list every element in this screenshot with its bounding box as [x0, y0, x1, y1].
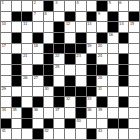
cell-r3c13[interactable]: 15	[129, 22, 139, 32]
clue-number: 32	[66, 97, 70, 101]
clue-number: 9	[98, 12, 100, 16]
cell-r4c1[interactable]	[1, 33, 11, 43]
cell-r2c5[interactable]: 8	[44, 12, 54, 22]
clue-number: 14	[119, 22, 123, 26]
clue-number: 16	[108, 33, 112, 37]
block-r6c5	[44, 54, 54, 64]
block-r2c2	[12, 12, 22, 22]
cell-r11c6[interactable]: 37	[54, 108, 64, 118]
cell-r3c2[interactable]	[12, 22, 22, 32]
block-r2c9	[87, 12, 97, 22]
block-r5c5	[44, 44, 54, 54]
cell-r11c1[interactable]: 34	[1, 108, 11, 118]
clue-number: 31	[98, 87, 102, 91]
clue-number: 33	[87, 97, 91, 101]
cell-r3c7[interactable]: 12	[65, 22, 75, 32]
cell-r12c4[interactable]	[33, 119, 43, 129]
block-r7c9	[87, 65, 97, 75]
cell-r11c4[interactable]: 36	[33, 108, 43, 118]
block-r8c2	[12, 76, 22, 86]
block-r10c10	[97, 97, 107, 107]
cell-r6c10[interactable]: 24	[97, 54, 107, 64]
block-r12c11	[108, 119, 118, 129]
cell-r10c9[interactable]: 33	[87, 97, 97, 107]
cell-r8c6[interactable]	[54, 76, 64, 86]
block-r11c3	[22, 108, 32, 118]
cell-r3c1[interactable]: 10	[1, 22, 11, 32]
block-r8c12	[119, 76, 129, 86]
cell-r11c2[interactable]: 35	[12, 108, 22, 118]
block-r6c9	[87, 54, 97, 64]
clue-number: 43	[98, 129, 102, 133]
block-r8c7	[65, 76, 75, 86]
block-r10c6	[54, 97, 64, 107]
cell-r11c10[interactable]: 39	[97, 108, 107, 118]
cell-r3c8[interactable]	[76, 22, 86, 32]
cell-r9c2[interactable]	[12, 87, 22, 97]
clue-number: 34	[2, 108, 6, 112]
clue-number: 17	[2, 44, 6, 48]
block-r10c4	[33, 97, 43, 107]
cell-r5c3[interactable]	[22, 44, 32, 54]
cell-r1c1[interactable]: 1	[1, 1, 11, 11]
clue-number: 40	[76, 119, 80, 123]
clue-number: 35	[12, 108, 16, 112]
cell-r5c10[interactable]: 20	[97, 44, 107, 54]
cell-r13c13[interactable]	[129, 129, 139, 139]
clue-number: 39	[98, 108, 102, 112]
cell-r7c7[interactable]	[65, 65, 75, 75]
block-r7c10	[97, 65, 107, 75]
clue-number: 25	[55, 65, 59, 69]
block-r4c2	[12, 33, 22, 43]
clue-number: 2	[34, 1, 36, 5]
clue-number: 41	[2, 129, 6, 133]
cell-r10c3[interactable]	[22, 97, 32, 107]
cell-r13c11[interactable]	[108, 129, 118, 139]
cell-r11c12[interactable]	[119, 108, 129, 118]
cell-r4c5[interactable]	[44, 33, 54, 43]
block-r7c5	[44, 65, 54, 75]
cell-r8c8[interactable]	[76, 76, 86, 86]
block-r5c8	[76, 44, 86, 54]
block-r4c12	[119, 33, 129, 43]
cell-r10c1[interactable]	[1, 97, 11, 107]
cell-r13c7[interactable]	[65, 129, 75, 139]
cell-r5c4[interactable]: 18	[33, 44, 43, 54]
clue-number: 18	[34, 44, 38, 48]
cell-r12c9[interactable]	[87, 119, 97, 129]
cell-r1c3[interactable]	[22, 1, 32, 11]
cell-r10c5[interactable]	[44, 97, 54, 107]
block-r9c6	[54, 87, 64, 97]
block-r10c12	[119, 97, 129, 107]
clue-number: 4	[76, 1, 78, 5]
block-r1c10	[97, 1, 107, 11]
cell-r9c11[interactable]	[108, 87, 118, 97]
block-r12c3	[22, 119, 32, 129]
cell-r3c4[interactable]	[33, 22, 43, 32]
cell-r11c13[interactable]	[129, 108, 139, 118]
cell-r1c13[interactable]	[129, 1, 139, 11]
block-r2c13	[129, 12, 139, 22]
clue-number: 13	[87, 22, 91, 26]
clue-number: 23	[76, 54, 80, 58]
cell-r10c7[interactable]: 32	[65, 97, 75, 107]
cell-r13c2[interactable]	[12, 129, 22, 139]
cell-r7c11[interactable]	[108, 65, 118, 75]
cell-r13c1[interactable]: 41	[1, 129, 11, 139]
cell-r7c3[interactable]	[22, 65, 32, 75]
block-r11c8	[76, 108, 86, 118]
cell-r4c7[interactable]	[65, 33, 75, 43]
clue-number: 30	[44, 87, 48, 91]
cell-r4c9[interactable]	[87, 33, 97, 43]
cell-r6c1[interactable]	[1, 54, 11, 64]
cell-r13c8[interactable]	[76, 129, 86, 139]
cell-r12c13[interactable]	[129, 119, 139, 129]
cell-r13c10[interactable]: 43	[97, 129, 107, 139]
block-r8c9	[87, 76, 97, 86]
cell-r8c4[interactable]: 27	[33, 76, 43, 86]
clue-number: 6	[119, 1, 121, 5]
cell-r4c13[interactable]	[129, 33, 139, 43]
cell-r9c3[interactable]	[22, 87, 32, 97]
cell-r6c11[interactable]	[108, 54, 118, 64]
cell-r13c3[interactable]	[22, 129, 32, 139]
cell-r7c6[interactable]: 25	[54, 65, 64, 75]
cell-r1c6[interactable]: 3	[54, 1, 64, 11]
cell-r5c9[interactable]: 19	[87, 44, 97, 54]
block-r12c1	[1, 119, 11, 129]
block-r7c4	[33, 65, 43, 75]
clue-number: 10	[2, 22, 6, 26]
clue-number: 8	[44, 12, 46, 16]
block-r13c9	[87, 129, 97, 139]
cell-r5c2[interactable]	[12, 44, 22, 54]
cell-r9c5[interactable]: 30	[44, 87, 54, 97]
cell-r5c13[interactable]	[129, 44, 139, 54]
block-r10c8	[76, 97, 86, 107]
block-r2c3	[22, 12, 32, 22]
cell-r9c1[interactable]: 29	[1, 87, 11, 97]
cell-r1c4[interactable]: 2	[33, 1, 43, 11]
clue-number: 12	[66, 22, 70, 26]
cell-r9c10[interactable]: 31	[97, 87, 107, 97]
block-r7c2	[12, 65, 22, 75]
block-r13c4	[33, 129, 43, 139]
clue-number: 29	[2, 87, 6, 91]
clue-number: 11	[23, 22, 27, 26]
block-r5c6	[54, 44, 64, 54]
cell-r6c3[interactable]: 21	[22, 54, 32, 64]
block-r3c6	[54, 22, 64, 32]
cell-r3c5[interactable]	[44, 22, 54, 32]
block-r8c5	[44, 76, 54, 86]
block-r2c11	[108, 12, 118, 22]
clue-number: 22	[55, 54, 59, 58]
clue-number: 28	[98, 76, 102, 80]
clue-number: 15	[130, 22, 134, 26]
cell-r1c7[interactable]	[65, 1, 75, 11]
cell-r11c7[interactable]	[65, 108, 75, 118]
cell-r5c11[interactable]	[108, 44, 118, 54]
block-r6c7	[65, 54, 75, 64]
clue-number: 27	[34, 76, 38, 80]
cell-r2c4[interactable]: 7	[33, 12, 43, 22]
cell-r6c4[interactable]	[33, 54, 43, 64]
cell-r13c5[interactable]: 42	[44, 129, 54, 139]
cell-r13c12[interactable]	[119, 129, 129, 139]
clue-number: 7	[34, 12, 36, 16]
cell-r9c4[interactable]	[33, 87, 43, 97]
block-r1c5	[44, 1, 54, 11]
cell-r12c8[interactable]: 40	[76, 119, 86, 129]
cell-r1c8[interactable]: 4	[76, 1, 86, 11]
cell-r10c13[interactable]	[129, 97, 139, 107]
cell-r7c1[interactable]	[1, 65, 11, 75]
cell-r3c10[interactable]	[97, 22, 107, 32]
block-r3c11	[108, 22, 118, 32]
cell-r1c11[interactable]: 5	[108, 1, 118, 11]
cell-r13c6[interactable]	[54, 129, 64, 139]
block-r4c4	[33, 33, 43, 43]
clue-number: 20	[98, 44, 102, 48]
block-r4c6	[54, 33, 64, 43]
cell-r8c3[interactable]: 26	[22, 76, 32, 86]
block-r9c9	[87, 87, 97, 97]
block-r12c7	[65, 119, 75, 129]
cell-r8c13[interactable]	[129, 76, 139, 86]
cell-r2c6[interactable]	[54, 12, 64, 22]
cell-r1c2[interactable]	[12, 1, 22, 11]
cell-r3c3[interactable]: 11	[22, 22, 32, 32]
block-r7c12	[119, 65, 129, 75]
cell-r11c9[interactable]: 38	[87, 108, 97, 118]
clue-number: 19	[87, 44, 91, 48]
cell-r8c1[interactable]	[1, 76, 11, 86]
cell-r7c8[interactable]	[76, 65, 86, 75]
cell-r2c8[interactable]	[76, 12, 86, 22]
crossword-grid: 1234567891011121314151617181920212223242…	[0, 0, 140, 140]
cell-r12c6[interactable]	[54, 119, 64, 129]
clue-number: 42	[44, 129, 48, 133]
cell-r2c1[interactable]	[1, 12, 11, 22]
cell-r2c12[interactable]	[119, 12, 129, 22]
clue-number: 36	[34, 108, 38, 112]
block-r5c7	[65, 44, 75, 54]
clue-number: 5	[108, 1, 110, 5]
clue-number: 3	[55, 1, 57, 5]
cell-r3c12[interactable]: 14	[119, 22, 129, 32]
cell-r1c9[interactable]	[87, 1, 97, 11]
block-r9c8	[76, 87, 86, 97]
cell-r12c10[interactable]	[97, 119, 107, 129]
clue-number: 21	[23, 54, 27, 58]
cell-r3c9[interactable]: 13	[87, 22, 97, 32]
cell-r4c11[interactable]: 16	[108, 33, 118, 43]
cell-r5c1[interactable]: 17	[1, 44, 11, 54]
block-r12c5	[44, 119, 54, 129]
cell-r6c6[interactable]: 22	[54, 54, 64, 64]
clue-number: 26	[23, 76, 27, 80]
block-r4c10	[97, 33, 107, 43]
block-r2c7	[65, 12, 75, 22]
cell-r2c10[interactable]: 9	[97, 12, 107, 22]
cell-r6c8[interactable]: 23	[76, 54, 86, 64]
block-r6c2	[12, 54, 22, 64]
cell-r12c2[interactable]	[12, 119, 22, 129]
cell-r8c10[interactable]: 28	[97, 76, 107, 86]
cell-r10c11[interactable]	[108, 97, 118, 107]
cell-r6c13[interactable]	[129, 54, 139, 64]
cell-r1c12[interactable]: 6	[119, 1, 129, 11]
clue-number: 1	[2, 1, 4, 5]
cell-r9c12[interactable]	[119, 87, 129, 97]
cell-r8c11[interactable]	[108, 76, 118, 86]
clue-number: 24	[98, 54, 102, 58]
clue-number: 37	[55, 108, 59, 112]
block-r6c12	[119, 54, 129, 64]
block-r9c7	[65, 87, 75, 97]
block-r4c8	[76, 33, 86, 43]
cell-r4c3[interactable]	[22, 33, 32, 43]
cell-r11c11[interactable]	[108, 108, 118, 118]
block-r12c12	[119, 119, 129, 129]
cell-r7c13[interactable]	[129, 65, 139, 75]
block-r10c2	[12, 97, 22, 107]
cell-r5c12[interactable]	[119, 44, 129, 54]
cell-r9c13[interactable]	[129, 87, 139, 97]
clue-number: 38	[87, 108, 91, 112]
cell-r11c5[interactable]	[44, 108, 54, 118]
